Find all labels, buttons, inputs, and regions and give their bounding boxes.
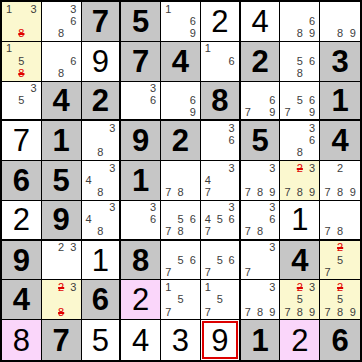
candidate-digit: 7 [202,306,214,318]
candidate-digit: 6 [67,15,79,27]
candidate-grid: 23789 [281,162,318,199]
candidate-grid: 348 [83,162,119,199]
candidate-digit: 6 [226,254,238,266]
cell-r3c7[interactable]: 679 [241,82,281,122]
candidate-digit: 7 [321,187,334,199]
candidate-digit: 6 [266,94,278,106]
candidate-digit: 6 [187,254,199,266]
candidate-digit: 8 [294,67,306,79]
given-digit: 4 [320,121,360,160]
candidate-digit: 3 [266,281,278,293]
candidate-digit: 8 [174,226,186,238]
cell-r1c8[interactable]: 689 [280,2,320,42]
cell-r5c3[interactable]: 348 [82,161,122,201]
candidate-digit: 9 [306,106,318,118]
candidate-digit: 9 [187,106,199,118]
candidate-digit: 6 [266,214,278,226]
candidate-digit: 5 [15,94,27,106]
candidate-grid: 567 [202,242,238,279]
solved-digit: 5 [82,320,120,360]
candidate-digit: 3 [67,3,79,15]
candidate-digit: 9 [266,187,278,199]
cell-r1c7[interactable]: 4 [241,2,281,42]
cell-r4c1[interactable]: 7 [2,121,42,161]
candidate-grid: 5679 [281,83,318,119]
eliminated-candidate: 2 [294,281,306,293]
candidate-grid: 36 [202,122,238,159]
candidate-digit: 8 [94,226,106,238]
given-digit: 4 [42,82,81,120]
given-digit: 9 [42,201,81,239]
cell-r5c1[interactable]: 6 [2,161,42,201]
solved-digit: 4 [241,2,280,41]
candidate-digit: 2 [55,242,67,254]
candidate-digit: 5 [174,294,186,306]
cell-r6c2[interactable]: 9 [42,201,82,241]
candidate-digit: 2 [334,162,347,174]
given-digit: 6 [320,320,360,360]
candidate-digit: 4 [202,174,214,186]
cell-r5c4[interactable]: 1 [121,161,161,201]
candidate-digit: 8 [254,306,266,318]
candidate-digit: 7 [242,226,254,238]
cell-r6c7[interactable]: 3678 [241,201,281,241]
cell-r5c8[interactable]: 23789 [280,161,320,201]
sudoku-board: 1383687516924689891586897416256833542366… [0,0,362,362]
cell-r2c6[interactable]: 16 [201,42,241,82]
candidate-digit: 7 [242,306,254,318]
candidate-digit: 8 [55,67,67,79]
candidate-digit: 9 [266,306,278,318]
candidate-digit: 7 [242,187,254,199]
candidate-grid: 2789 [321,162,359,199]
solved-digit: 1 [280,201,319,239]
candidate-digit: 7 [242,266,254,278]
solved-digit: 9 [201,320,239,360]
cell-r3c4[interactable]: 36 [121,82,161,122]
candidate-digit: 6 [147,214,159,226]
candidate-grid: 25789 [321,281,359,318]
given-digit: 2 [161,121,200,160]
candidate-digit: 3 [28,3,40,15]
candidate-grid: 158 [3,43,40,80]
given-digit: 7 [121,42,160,81]
candidate-digit: 3 [306,281,318,293]
cell-r9c3[interactable]: 5 [82,320,122,360]
cell-r8c2[interactable]: 238 [42,280,82,320]
eliminated-candidate: 8 [15,28,27,40]
candidate-digit: 7 [321,266,334,278]
given-digit: 7 [42,320,81,360]
solved-digit: 2 [280,320,319,360]
candidate-digit: 6 [187,15,199,27]
candidate-grid: 5678 [162,202,199,238]
candidate-grid: 138 [3,3,40,40]
candidate-digit: 6 [187,214,199,226]
candidate-digit: 3 [106,162,118,174]
eliminated-candidate: 2 [294,162,306,174]
given-digit: 5 [241,121,280,160]
eliminated-candidate: 8 [55,306,67,318]
candidate-digit: 3 [226,162,238,174]
candidate-digit: 7 [202,187,214,199]
candidate-digit: 1 [3,43,15,55]
candidate-digit: 1 [3,3,15,15]
cell-r4c9[interactable]: 4 [320,121,360,161]
given-digit: 4 [280,241,319,280]
candidate-digit: 8 [254,187,266,199]
candidate-grid: 348 [83,202,119,238]
cell-r7c5[interactable]: 567 [161,241,201,281]
candidate-digit: 6 [147,94,159,106]
given-digit: 8 [121,241,160,280]
eliminated-candidate: 8 [15,67,27,79]
given-digit: 5 [121,2,160,41]
candidate-digit: 1 [162,3,174,15]
cell-r2c8[interactable]: 568 [280,42,320,82]
solved-digit: 3 [161,320,200,360]
cell-r7c4[interactable]: 8 [121,241,161,281]
candidate-grid: 568 [281,43,318,80]
candidate-digit: 5 [214,294,226,306]
cell-r5c9[interactable]: 2789 [320,161,360,201]
given-digit: 7 [82,2,120,41]
cell-r7c6[interactable]: 567 [201,241,241,281]
candidate-digit: 7 [321,226,334,238]
candidate-digit: 9 [266,106,278,118]
candidate-digit: 7 [162,226,174,238]
candidate-digit: 3 [67,242,79,254]
solved-digit: 2 [121,280,160,319]
solved-digit: 1 [82,241,120,280]
cell-r9c7[interactable]: 1 [241,320,281,360]
candidate-digit: 8 [294,187,306,199]
cell-r6c8[interactable]: 1 [280,201,320,241]
cell-r7c9[interactable]: 257 [320,241,360,281]
candidate-grid: 23 [43,242,80,279]
candidate-digit: 8 [294,28,306,40]
given-digit: 6 [82,280,120,319]
cell-r3c3[interactable]: 2 [82,82,122,122]
cell-r4c8[interactable]: 368 [280,121,320,161]
candidate-grid: 257 [321,242,359,279]
candidate-grid: 38 [83,122,119,159]
cell-r4c4[interactable]: 9 [121,121,161,161]
candidate-digit: 4 [83,214,95,226]
candidate-digit: 8 [334,306,347,318]
cell-r3c6[interactable]: 8 [201,82,241,122]
candidate-digit: 7 [321,306,334,318]
candidate-grid: 68 [43,43,80,80]
candidate-digit: 6 [306,15,318,27]
candidate-digit: 8 [254,226,266,238]
candidate-digit: 9 [346,28,359,40]
cell-r8c7[interactable]: 3789 [241,280,281,320]
cell-r1c1[interactable]: 138 [2,2,42,42]
candidate-digit: 6 [226,135,238,147]
cell-r8c3[interactable]: 6 [82,280,122,320]
candidate-grid: 3789 [242,162,279,199]
cell-r7c2[interactable]: 23 [42,241,82,281]
candidate-digit: 7 [202,226,214,238]
cell-r5c6[interactable]: 347 [201,161,241,201]
cell-r2c5[interactable]: 4 [161,42,201,82]
candidate-digit: 6 [306,55,318,67]
solved-digit: 9 [82,42,120,81]
candidate-grid: 689 [281,3,318,40]
cell-r7c7[interactable]: 37 [241,241,281,281]
cell-r9c2[interactable]: 7 [42,320,82,360]
candidate-grid: 36 [122,202,159,238]
candidate-digit: 3 [266,242,278,254]
cell-r5c5[interactable]: 78 [161,161,201,201]
cell-r8c4[interactable]: 2 [121,280,161,320]
candidate-digit: 9 [306,28,318,40]
candidate-digit: 8 [94,147,106,159]
candidate-digit: 3 [106,122,118,134]
solved-digit: 4 [121,320,160,360]
cell-r4c7[interactable]: 5 [241,121,281,161]
candidate-digit: 7 [202,266,214,278]
cell-r2c4[interactable]: 7 [121,42,161,82]
cell-r6c4[interactable]: 36 [121,201,161,241]
candidate-digit: 1 [162,281,174,293]
solved-digit: 2 [201,2,239,41]
cell-r9c6[interactable]: 9 [201,320,241,360]
cell-r4c6[interactable]: 36 [201,121,241,161]
candidate-digit: 8 [294,306,306,318]
cell-r9c8[interactable]: 2 [280,320,320,360]
candidate-digit: 3 [226,122,238,134]
eliminated-candidate: 2 [334,281,347,293]
candidate-digit: 3 [266,162,278,174]
cell-r8c5[interactable]: 157 [161,280,201,320]
candidate-digit: 8 [334,28,347,40]
cell-r7c3[interactable]: 1 [82,241,122,281]
candidate-digit: 7 [162,306,174,318]
cell-r4c3[interactable]: 38 [82,121,122,161]
candidate-digit: 6 [226,214,238,226]
cell-r4c5[interactable]: 2 [161,121,201,161]
given-digit: 1 [320,82,360,120]
candidate-grid: 34567 [202,202,238,238]
candidate-digit: 5 [334,254,347,266]
candidate-digit: 8 [94,187,106,199]
candidate-digit: 8 [334,187,347,199]
given-digit: 2 [82,82,120,120]
cell-r1c2[interactable]: 368 [42,2,82,42]
solved-digit: 2 [2,201,41,239]
cell-r8c9[interactable]: 25789 [320,280,360,320]
cell-r6c3[interactable]: 348 [82,201,122,241]
cell-r7c8[interactable]: 4 [280,241,320,281]
candidate-digit: 9 [346,306,359,318]
candidate-grid: 157 [202,281,238,318]
cell-r3c5[interactable]: 69 [161,82,201,122]
given-digit: 5 [42,161,81,200]
candidate-grid: 3678 [242,202,279,238]
candidate-grid: 35 [3,83,40,119]
candidate-digit: 3 [106,202,118,214]
candidate-digit: 5 [214,254,226,266]
candidate-digit: 3 [28,83,40,95]
given-digit: 6 [2,161,41,200]
cell-r6c5[interactable]: 5678 [161,201,201,241]
cell-r2c9[interactable]: 3 [320,42,360,82]
candidate-digit: 5 [15,55,27,67]
candidate-digit: 1 [202,43,214,55]
given-digit: 1 [42,121,81,160]
candidate-digit: 4 [202,214,214,226]
candidate-digit: 5 [174,214,186,226]
candidate-digit: 7 [281,306,293,318]
cell-r9c5[interactable]: 3 [161,320,201,360]
cell-r1c5[interactable]: 169 [161,2,201,42]
cell-r3c2[interactable]: 4 [42,82,82,122]
candidate-digit: 7 [242,106,254,118]
cell-r9c4[interactable]: 4 [121,320,161,360]
solved-digit: 8 [2,320,41,360]
candidate-digit: 5 [294,294,306,306]
candidate-digit: 6 [226,55,238,67]
candidate-grid: 169 [162,3,199,40]
candidate-digit: 6 [67,55,79,67]
cell-r4c2[interactable]: 1 [42,121,82,161]
candidate-digit: 3 [226,202,238,214]
candidate-digit: 9 [306,306,318,318]
candidate-digit: 3 [306,162,318,174]
cell-r2c3[interactable]: 9 [82,42,122,82]
given-digit: 1 [121,161,160,200]
candidate-digit: 6 [306,135,318,147]
candidate-digit: 8 [174,187,186,199]
cell-r6c6[interactable]: 34567 [201,201,241,241]
candidate-grid: 368 [281,122,318,159]
candidate-grid: 679 [242,83,279,119]
given-digit: 3 [320,42,360,81]
eliminated-candidate: 2 [334,242,347,254]
cell-r1c9[interactable]: 89 [320,2,360,42]
cell-r6c1[interactable]: 2 [2,201,42,241]
candidate-digit: 5 [174,254,186,266]
cell-r2c7[interactable]: 2 [241,42,281,82]
cell-r2c2[interactable]: 68 [42,42,82,82]
candidate-digit: 9 [346,187,359,199]
candidate-digit: 9 [306,187,318,199]
candidate-grid: 37 [242,242,279,279]
candidate-grid: 16 [202,43,238,80]
candidate-digit: 1 [202,281,214,293]
cell-r5c7[interactable]: 3789 [241,161,281,201]
cell-r1c6[interactable]: 2 [201,2,241,42]
candidate-grid: 368 [43,3,80,40]
given-digit: 9 [2,241,41,280]
cell-r8c8[interactable]: 235789 [280,280,320,320]
candidate-digit: 6 [187,94,199,106]
candidate-digit: 7 [162,187,174,199]
cell-r8c6[interactable]: 157 [201,280,241,320]
candidate-grid: 69 [162,83,199,119]
candidate-grid: 235789 [281,281,318,318]
candidate-digit: 3 [266,202,278,214]
candidate-digit: 3 [147,202,159,214]
candidate-digit: 8 [55,28,67,40]
candidate-digit: 7 [281,187,293,199]
candidate-digit: 5 [294,94,306,106]
candidate-digit: 8 [294,147,306,159]
candidate-grid: 89 [321,3,359,40]
candidate-digit: 7 [162,266,174,278]
candidate-grid: 78 [321,202,359,238]
cell-r3c8[interactable]: 5679 [280,82,320,122]
solved-digit: 7 [2,121,41,160]
given-digit: 9 [121,121,160,160]
cell-r1c3[interactable]: 7 [82,2,122,42]
candidate-digit: 7 [281,106,293,118]
candidate-grid: 157 [162,281,199,318]
given-digit: 4 [161,42,200,81]
candidate-grid: 36 [122,83,159,119]
cell-r3c9[interactable]: 1 [320,82,360,122]
candidate-digit: 3 [147,83,159,95]
cell-r3c1[interactable]: 35 [2,82,42,122]
candidate-digit: 5 [214,214,226,226]
candidate-digit: 4 [83,174,95,186]
cell-r6c9[interactable]: 78 [320,201,360,241]
given-digit: 8 [201,82,239,120]
candidate-digit: 8 [334,226,347,238]
candidate-grid: 567 [162,242,199,279]
candidate-digit: 5 [334,294,347,306]
given-digit: 1 [241,320,280,360]
cell-r7c1[interactable]: 9 [2,241,42,281]
cell-r9c1[interactable]: 8 [2,320,42,360]
given-digit: 2 [241,42,280,81]
cell-r2c1[interactable]: 158 [2,42,42,82]
candidate-grid: 347 [202,162,238,199]
cell-r8c1[interactable]: 4 [2,280,42,320]
candidate-digit: 5 [294,55,306,67]
cell-r9c9[interactable]: 6 [320,320,360,360]
candidate-digit: 9 [187,28,199,40]
cell-r5c2[interactable]: 5 [42,161,82,201]
candidate-grid: 238 [43,281,80,318]
candidate-digit: 6 [306,94,318,106]
candidate-digit: 3 [67,281,79,293]
given-digit: 4 [2,280,41,319]
candidate-grid: 78 [162,162,199,199]
candidate-grid: 3789 [242,281,279,318]
cell-r1c4[interactable]: 5 [121,2,161,42]
eliminated-candidate: 2 [55,281,67,293]
candidate-digit: 3 [306,122,318,134]
